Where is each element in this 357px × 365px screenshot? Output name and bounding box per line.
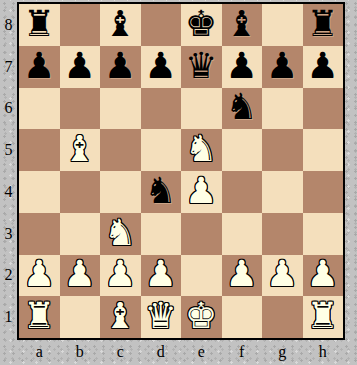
- piece-white-pawn[interactable]: ♟: [226, 256, 258, 292]
- file-label-f: f: [222, 341, 263, 363]
- square-c6[interactable]: [100, 88, 141, 130]
- piece-black-pawn[interactable]: ♟: [64, 48, 96, 84]
- piece-black-rook[interactable]: ♜: [23, 6, 55, 42]
- square-a8[interactable]: ♜: [19, 4, 60, 46]
- chess-board: ♜♝♚♝♜♟♟♟♟♛♟♟♟♞♝♞♞♟♞♟♟♟♟♟♟♟♜♝♛♚♜: [17, 2, 345, 340]
- piece-white-king[interactable]: ♚: [185, 298, 217, 334]
- rank-label-4: 4: [0, 171, 17, 213]
- square-b8[interactable]: [60, 4, 101, 46]
- piece-black-pawn[interactable]: ♟: [104, 48, 136, 84]
- square-c2[interactable]: ♟: [100, 255, 141, 297]
- square-b6[interactable]: [60, 88, 101, 130]
- file-label-g: g: [262, 341, 303, 363]
- piece-black-rook[interactable]: ♜: [307, 6, 339, 42]
- piece-white-pawn[interactable]: ♟: [104, 256, 136, 292]
- square-h6[interactable]: [303, 88, 344, 130]
- rank-label-1: 1: [0, 296, 17, 338]
- square-f8[interactable]: ♝: [222, 4, 263, 46]
- piece-white-pawn[interactable]: ♟: [64, 256, 96, 292]
- square-a2[interactable]: ♟: [19, 255, 60, 297]
- square-a1[interactable]: ♜: [19, 296, 60, 338]
- piece-black-pawn[interactable]: ♟: [266, 48, 298, 84]
- square-e8[interactable]: ♚: [181, 4, 222, 46]
- square-c8[interactable]: ♝: [100, 4, 141, 46]
- file-label-e: e: [181, 341, 222, 363]
- square-b2[interactable]: ♟: [60, 255, 101, 297]
- square-h7[interactable]: ♟: [303, 46, 344, 88]
- square-a5[interactable]: [19, 129, 60, 171]
- square-g6[interactable]: [262, 88, 303, 130]
- rank-label-8: 8: [0, 4, 17, 46]
- square-d8[interactable]: [141, 4, 182, 46]
- file-label-h: h: [303, 341, 344, 363]
- square-g4[interactable]: [262, 171, 303, 213]
- piece-white-bishop[interactable]: ♝: [64, 131, 96, 167]
- piece-white-knight[interactable]: ♞: [104, 215, 136, 251]
- file-labels: abcdefgh: [19, 341, 343, 363]
- square-b4[interactable]: [60, 171, 101, 213]
- file-label-d: d: [141, 341, 182, 363]
- square-g5[interactable]: [262, 129, 303, 171]
- square-f5[interactable]: [222, 129, 263, 171]
- square-a3[interactable]: [19, 213, 60, 255]
- square-g8[interactable]: [262, 4, 303, 46]
- square-c3[interactable]: ♞: [100, 213, 141, 255]
- square-b7[interactable]: ♟: [60, 46, 101, 88]
- square-h2[interactable]: ♟: [303, 255, 344, 297]
- piece-black-pawn[interactable]: ♟: [23, 48, 55, 84]
- square-f4[interactable]: [222, 171, 263, 213]
- square-a7[interactable]: ♟: [19, 46, 60, 88]
- square-e4[interactable]: ♟: [181, 171, 222, 213]
- rank-label-5: 5: [0, 129, 17, 171]
- square-h1[interactable]: ♜: [303, 296, 344, 338]
- square-f2[interactable]: ♟: [222, 255, 263, 297]
- square-f7[interactable]: ♟: [222, 46, 263, 88]
- square-d7[interactable]: ♟: [141, 46, 182, 88]
- square-c7[interactable]: ♟: [100, 46, 141, 88]
- square-d5[interactable]: [141, 129, 182, 171]
- square-d3[interactable]: [141, 213, 182, 255]
- square-f1[interactable]: [222, 296, 263, 338]
- rank-label-7: 7: [0, 46, 17, 88]
- square-g7[interactable]: ♟: [262, 46, 303, 88]
- square-g1[interactable]: [262, 296, 303, 338]
- piece-white-pawn[interactable]: ♟: [145, 256, 177, 292]
- rank-label-2: 2: [0, 255, 17, 297]
- square-h5[interactable]: [303, 129, 344, 171]
- file-label-b: b: [60, 341, 101, 363]
- square-b1[interactable]: [60, 296, 101, 338]
- piece-white-queen[interactable]: ♛: [145, 298, 177, 334]
- square-f6[interactable]: ♞: [222, 88, 263, 130]
- piece-black-knight[interactable]: ♞: [226, 89, 258, 125]
- square-e6[interactable]: [181, 88, 222, 130]
- square-c1[interactable]: ♝: [100, 296, 141, 338]
- square-a6[interactable]: [19, 88, 60, 130]
- square-h4[interactable]: [303, 171, 344, 213]
- piece-white-rook[interactable]: ♜: [23, 298, 55, 334]
- square-g3[interactable]: [262, 213, 303, 255]
- piece-black-bishop[interactable]: ♝: [104, 6, 136, 42]
- piece-white-pawn[interactable]: ♟: [307, 256, 339, 292]
- rank-labels: 87654321: [0, 4, 17, 338]
- piece-black-knight[interactable]: ♞: [145, 173, 177, 209]
- square-a4[interactable]: [19, 171, 60, 213]
- rank-label-6: 6: [0, 88, 17, 130]
- piece-black-pawn[interactable]: ♟: [145, 48, 177, 84]
- square-e5[interactable]: ♞: [181, 129, 222, 171]
- square-d2[interactable]: ♟: [141, 255, 182, 297]
- file-label-a: a: [19, 341, 60, 363]
- square-e7[interactable]: ♛: [181, 46, 222, 88]
- square-h8[interactable]: ♜: [303, 4, 344, 46]
- piece-black-pawn[interactable]: ♟: [307, 48, 339, 84]
- square-f3[interactable]: [222, 213, 263, 255]
- chess-app-window: { "game": "chess", "position": "r1b1kb1r…: [0, 0, 357, 365]
- square-e2[interactable]: [181, 255, 222, 297]
- square-b5[interactable]: ♝: [60, 129, 101, 171]
- square-e3[interactable]: [181, 213, 222, 255]
- square-b3[interactable]: [60, 213, 101, 255]
- square-c5[interactable]: [100, 129, 141, 171]
- piece-black-bishop[interactable]: ♝: [226, 6, 258, 42]
- piece-white-bishop[interactable]: ♝: [104, 298, 136, 334]
- piece-white-pawn[interactable]: ♟: [266, 256, 298, 292]
- piece-black-queen[interactable]: ♛: [185, 48, 217, 84]
- square-h3[interactable]: [303, 213, 344, 255]
- square-g2[interactable]: ♟: [262, 255, 303, 297]
- piece-white-pawn[interactable]: ♟: [185, 173, 217, 209]
- square-d6[interactable]: [141, 88, 182, 130]
- square-c4[interactable]: [100, 171, 141, 213]
- rank-label-3: 3: [0, 213, 17, 255]
- piece-black-pawn[interactable]: ♟: [226, 48, 258, 84]
- square-d4[interactable]: ♞: [141, 171, 182, 213]
- piece-white-knight[interactable]: ♞: [185, 131, 217, 167]
- piece-black-king[interactable]: ♚: [185, 6, 217, 42]
- square-d1[interactable]: ♛: [141, 296, 182, 338]
- piece-white-rook[interactable]: ♜: [307, 298, 339, 334]
- piece-white-pawn[interactable]: ♟: [23, 256, 55, 292]
- square-e1[interactable]: ♚: [181, 296, 222, 338]
- file-label-c: c: [100, 341, 141, 363]
